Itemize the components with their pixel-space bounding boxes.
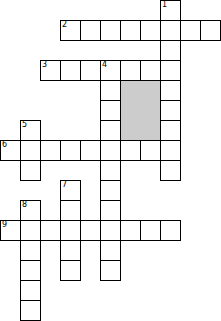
clue-number-2: 2: [62, 21, 67, 29]
cell-r6c8[interactable]: [160, 120, 181, 141]
cell-r14c1[interactable]: [20, 280, 41, 301]
cell-r13c1[interactable]: [20, 260, 41, 281]
cell-r8c5[interactable]: [100, 160, 121, 181]
cell-r11c1[interactable]: [20, 220, 41, 241]
cell-r7c4[interactable]: [80, 140, 101, 161]
cell-r7c6[interactable]: [120, 140, 141, 161]
clue-number-9: 9: [2, 221, 7, 229]
cell-r6c5[interactable]: [100, 120, 121, 141]
cell-r3c6[interactable]: [120, 60, 141, 81]
cell-r4c5[interactable]: [100, 80, 121, 101]
clue-number-6: 6: [2, 141, 7, 149]
cell-r1c5[interactable]: [100, 20, 121, 41]
cell-r7c5[interactable]: [100, 140, 121, 161]
cell-r13c5[interactable]: [100, 260, 121, 281]
cell-r1c10[interactable]: [200, 20, 221, 41]
cell-r7c8[interactable]: [160, 140, 181, 161]
cell-r8c1[interactable]: [20, 160, 41, 181]
cell-r3c3[interactable]: [60, 60, 81, 81]
clue-number-1: 1: [162, 1, 167, 9]
cell-r1c8[interactable]: [160, 20, 181, 41]
cell-r5c8[interactable]: [160, 100, 181, 121]
cell-r7c1[interactable]: [20, 140, 41, 161]
cell-r4c8[interactable]: [160, 80, 181, 101]
gray-image-block: [120, 80, 161, 141]
cell-r11c7[interactable]: [140, 220, 161, 241]
cell-r12c5[interactable]: [100, 240, 121, 261]
cell-r1c6[interactable]: [120, 20, 141, 41]
cell-r2c8[interactable]: [160, 40, 181, 61]
cell-r1c9[interactable]: [180, 20, 201, 41]
cell-r3c7[interactable]: [140, 60, 161, 81]
cell-r1c4[interactable]: [80, 20, 101, 41]
cell-r11c5[interactable]: [100, 220, 121, 241]
cell-r11c3[interactable]: [60, 220, 81, 241]
cell-r10c3[interactable]: [60, 200, 81, 221]
clue-number-4: 4: [102, 61, 107, 69]
cell-r10c5[interactable]: [100, 200, 121, 221]
cell-r11c4[interactable]: [80, 220, 101, 241]
crossword-board: 123456789: [0, 0, 221, 321]
clue-number-3: 3: [42, 61, 47, 69]
clue-number-5: 5: [22, 121, 27, 129]
cell-r12c1[interactable]: [20, 240, 41, 261]
cell-r12c3[interactable]: [60, 240, 81, 261]
cell-r7c2[interactable]: [40, 140, 61, 161]
clue-number-7: 7: [62, 181, 67, 189]
cell-r1c7[interactable]: [140, 20, 161, 41]
cell-r11c6[interactable]: [120, 220, 141, 241]
cell-r13c3[interactable]: [60, 260, 81, 281]
cell-r5c5[interactable]: [100, 100, 121, 121]
cell-r7c3[interactable]: [60, 140, 81, 161]
cell-r8c8[interactable]: [160, 160, 181, 181]
cell-r3c8[interactable]: [160, 60, 181, 81]
cell-r15c1[interactable]: [20, 300, 41, 321]
cell-r11c2[interactable]: [40, 220, 61, 241]
cell-r3c4[interactable]: [80, 60, 101, 81]
cell-r7c7[interactable]: [140, 140, 161, 161]
cell-r11c8[interactable]: [160, 220, 181, 241]
cell-r9c5[interactable]: [100, 180, 121, 201]
clue-number-8: 8: [22, 201, 27, 209]
